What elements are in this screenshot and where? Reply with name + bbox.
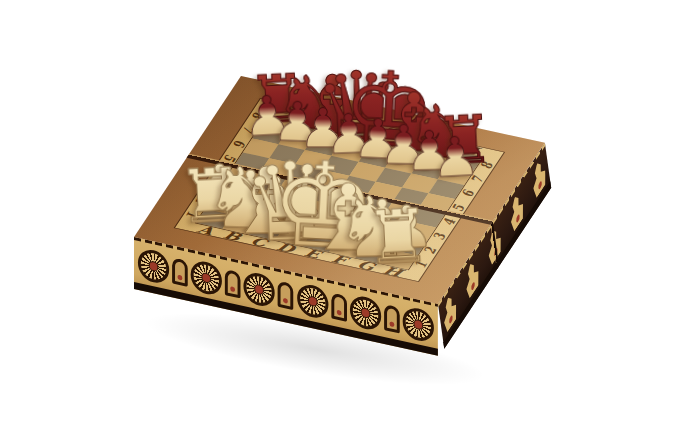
red-accent-icon [202, 271, 212, 283]
piece-red-pawn-h7: ♟ [430, 130, 481, 186]
arch-icon [225, 269, 241, 298]
red-accent-icon [389, 321, 394, 327]
rosette-icon [403, 305, 434, 344]
arch-icon [278, 280, 294, 309]
red-accent-icon [413, 318, 423, 330]
red-accent-icon [283, 297, 288, 303]
red-accent-icon [336, 309, 341, 315]
red-accent-icon [538, 179, 542, 190]
arch-icon [384, 304, 400, 333]
red-accent-icon [149, 260, 159, 272]
arch-icon [172, 257, 188, 286]
rosette-icon [350, 293, 381, 332]
red-accent-icon [231, 286, 236, 292]
red-accent-icon [360, 306, 370, 318]
arch-icon [331, 292, 347, 321]
red-accent-icon [178, 274, 183, 280]
rosette-icon [244, 270, 275, 309]
red-accent-icon [307, 295, 317, 307]
rosette-icon [191, 258, 222, 297]
red-accent-icon [255, 283, 265, 295]
red-accent-icon [449, 314, 453, 325]
red-accent-icon [516, 213, 520, 224]
red-accent-icon [471, 280, 475, 291]
piece-white-rook-h1: ♜ [363, 198, 433, 275]
rosette-icon [297, 281, 328, 320]
rosette-icon [138, 246, 169, 285]
product-photo-stage: AABBCCDDEEFFGGHH1122334455667788 ♜♞♝♛♚♝♞… [0, 0, 680, 425]
